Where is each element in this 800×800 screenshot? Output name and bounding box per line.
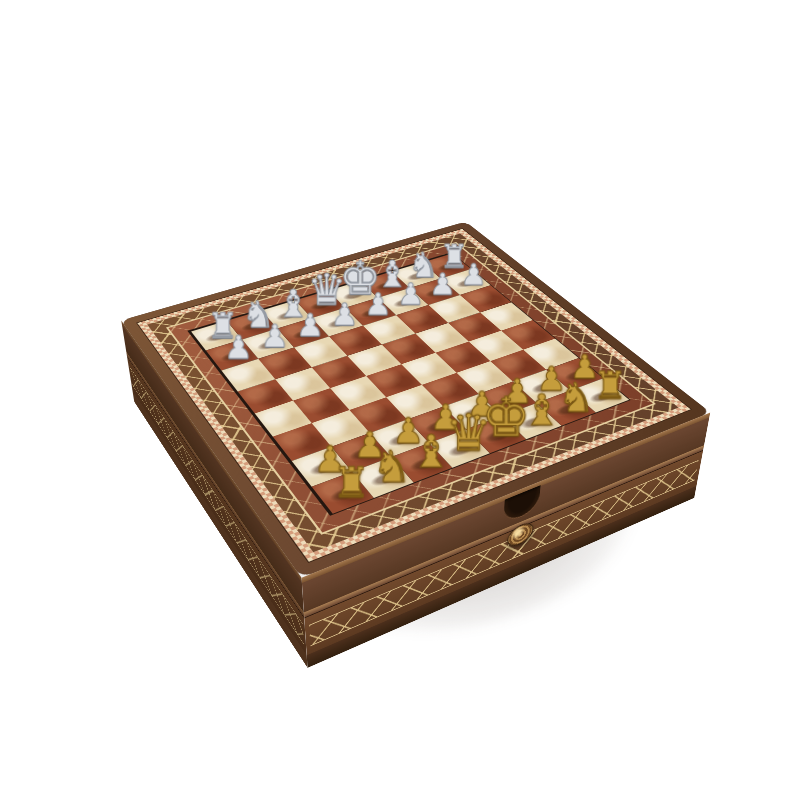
piece-gold-knight[interactable]: ♞ [372,446,411,487]
piece-gold-rook[interactable]: ♜ [333,463,371,503]
piece-gold-queen[interactable]: ♛ [446,409,492,458]
chess-case: ♜♞♝♛♚♝♞♜♟♟♟♟♟♟♟♟♟♟♟♟♟♟♟♟♜♞♝♛♚♝♞♜ [121,222,710,578]
piece-gold-knight[interactable]: ♞ [558,378,594,416]
piece-silver-pawn[interactable]: ♟ [397,280,424,308]
product-photo-scene: ♜♞♝♛♚♝♞♜♟♟♟♟♟♟♟♟♟♟♟♟♟♟♟♟♜♞♝♛♚♝♞♜ [0,0,800,800]
piece-silver-pawn[interactable]: ♟ [460,261,486,289]
piece-silver-pawn[interactable]: ♟ [331,300,359,329]
piece-silver-pawn[interactable]: ♟ [261,321,289,351]
piece-silver-pawn[interactable]: ♟ [364,290,391,319]
piece-silver-pawn[interactable]: ♟ [296,311,324,341]
piece-silver-pawn[interactable]: ♟ [224,332,253,362]
square-c6[interactable] [294,336,347,367]
piece-gold-bishop[interactable]: ♝ [411,430,451,473]
piece-gold-rook[interactable]: ♜ [593,368,627,404]
piece-silver-pawn[interactable]: ♟ [429,270,455,298]
